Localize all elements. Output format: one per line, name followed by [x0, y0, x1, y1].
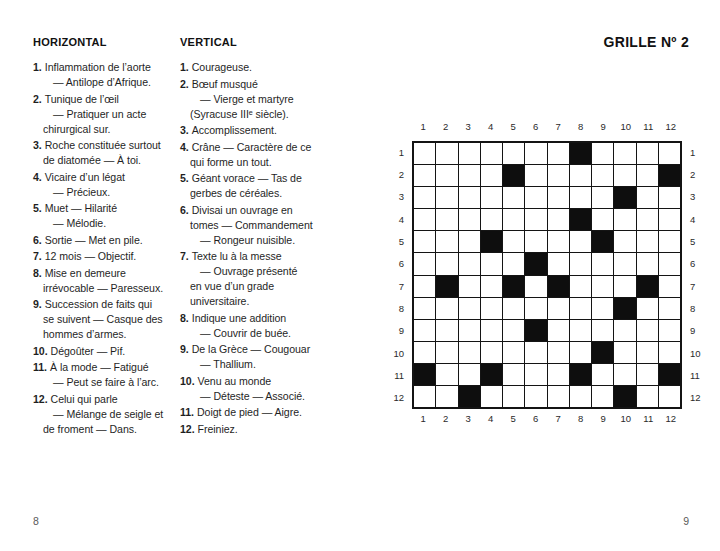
grid-coordinate-label: 3 — [457, 121, 480, 134]
grid-cell-r5-c2[interactable] — [436, 231, 457, 252]
grid-cell-r3-c1[interactable] — [414, 187, 435, 208]
grid-cell-r10-c4[interactable] — [481, 342, 502, 363]
clue-line: — Vierge et martyre — [180, 92, 332, 107]
clue-line: tomes — Commandement — [180, 218, 332, 233]
grid-cell-r9-c4[interactable] — [481, 320, 502, 341]
grid-coordinate-label: 4 — [382, 208, 404, 230]
grid-coordinate-label: 1 — [412, 413, 435, 426]
grid-cell-r3-c7[interactable] — [548, 187, 569, 208]
grid-coordinate-label: 5 — [502, 121, 525, 134]
clue-line: — Mélodie. — [33, 216, 179, 231]
clue-number: 4. — [33, 171, 45, 183]
clue-number: 5. — [33, 202, 45, 214]
horizontal-clue-8: 8.Mise en demeureirrévocable — Paresseux… — [33, 266, 179, 296]
grid-cell-r12-c11[interactable] — [637, 386, 658, 407]
grid-cell-r12-c6[interactable] — [525, 386, 546, 407]
grid-cell-r1-c7[interactable] — [548, 143, 569, 164]
grid-coordinate-label: 8 — [570, 413, 593, 426]
grid-coordinate-label: 6 — [382, 253, 404, 275]
grid-cell-r1-c2[interactable] — [436, 143, 457, 164]
grid-cell-r8-c6[interactable] — [525, 298, 546, 319]
grid-cell-r6-c11[interactable] — [637, 253, 658, 274]
grid-cell-r8-c8[interactable] — [570, 298, 591, 319]
grid-cell-r12-c8[interactable] — [570, 386, 591, 407]
clue-line: — Couvrir de buée. — [180, 326, 332, 341]
grid-cell-r1-c6[interactable] — [525, 143, 546, 164]
horizontal-header: HORIZONTAL — [33, 36, 179, 48]
clue-line: de froment — Dans. — [33, 422, 179, 437]
grid-coordinate-label: 4 — [480, 413, 503, 426]
grid-cell-r12-c2[interactable] — [436, 386, 457, 407]
clue-number: 7. — [33, 250, 45, 262]
grid-coordinate-label: 10 — [382, 342, 404, 364]
grid-coordinate-label: 9 — [688, 320, 710, 342]
grid-cell-r11-c6[interactable] — [525, 364, 546, 385]
book-spread: HORIZONTAL 1.Inflammation de l’aorte— An… — [0, 0, 720, 551]
clue-line: 8.Indique une addition — [180, 311, 332, 326]
grid-coordinate-label: 7 — [547, 121, 570, 134]
vertical-clues-section: VERTICAL 1.Courageuse.2.Bœuf musqué— Vie… — [180, 36, 332, 438]
page-number-left: 8 — [33, 515, 39, 527]
clue-number: 2. — [33, 93, 45, 105]
grid-cell-r12-c12[interactable] — [659, 386, 680, 407]
grid-coordinate-label: 7 — [547, 413, 570, 426]
clue-line: chirurgical sur. — [33, 122, 179, 137]
clue-line: se suivent — Casque des — [33, 312, 179, 327]
horizontal-clue-4: 4.Vicaire d’un légat— Précieux. — [33, 170, 179, 200]
grid-cell-r9-c11[interactable] — [637, 320, 658, 341]
clue-number: 11. — [33, 361, 50, 373]
grid-coordinate-label: 4 — [688, 208, 710, 230]
clue-line: 4.Vicaire d’un légat — [33, 170, 179, 185]
grid-cell-r4-c2[interactable] — [436, 209, 457, 230]
grid-cell-r3-c3[interactable] — [459, 187, 480, 208]
grid-cell-r6-c10[interactable] — [614, 253, 635, 274]
grid-cell-r10-c2[interactable] — [436, 342, 457, 363]
horizontal-clue-6: 6.Sortie — Met en pile. — [33, 233, 179, 248]
grid-cell-r8-c7[interactable] — [548, 298, 569, 319]
grid-cell-r5-c5[interactable] — [503, 231, 524, 252]
grid-coordinate-label: 9 — [592, 121, 615, 134]
horizontal-clue-11: 11.À la mode — Fatigué— Peut se faire à … — [33, 360, 179, 390]
clue-number: 8. — [33, 267, 45, 279]
horizontal-clue-12: 12.Celui qui parle— Mélange de seigle et… — [33, 392, 179, 437]
black-cell-r11-c1 — [414, 364, 435, 385]
grid-coordinate-label: 6 — [525, 413, 548, 426]
horizontal-clue-2: 2.Tunique de l’œil— Pratiquer un actechi… — [33, 92, 179, 137]
vertical-clue-3: 3.Accomplissement. — [180, 123, 332, 138]
black-cell-r8-c10 — [614, 298, 635, 319]
black-cell-r11-c12 — [659, 364, 680, 385]
grid-coordinate-label: 3 — [457, 413, 480, 426]
vertical-clue-9: 9.De la Grèce — Cougouar— Thallium. — [180, 342, 332, 372]
black-cell-r11-c8 — [570, 364, 591, 385]
clue-line: en vue d’un grade — [180, 279, 332, 294]
grid-cell-r5-c11[interactable] — [637, 231, 658, 252]
grid-cell-r9-c10[interactable] — [614, 320, 635, 341]
grid-coordinate-label: 10 — [615, 413, 638, 426]
grid-cell-r9-c2[interactable] — [436, 320, 457, 341]
grid-coordinate-label: 5 — [688, 230, 710, 252]
grid-cell-r8-c2[interactable] — [436, 298, 457, 319]
grid-cell-r4-c9[interactable] — [592, 209, 613, 230]
clue-line: — Mélange de seigle et — [33, 407, 179, 422]
grid-cell-r2-c8[interactable] — [570, 165, 591, 186]
black-cell-r5-c9 — [592, 231, 613, 252]
grid-cell-r4-c6[interactable] — [525, 209, 546, 230]
clue-number: 9. — [180, 343, 192, 355]
grid-cell-r10-c12[interactable] — [659, 342, 680, 363]
horizontal-clue-3: 3.Roche constituée surtoutde diatomée — … — [33, 138, 179, 168]
grid-cell-r1-c3[interactable] — [459, 143, 480, 164]
vertical-clues: 1.Courageuse.2.Bœuf musqué— Vierge et ma… — [180, 60, 332, 437]
grid-coordinate-label: 8 — [382, 297, 404, 319]
grid-cell-r5-c10[interactable] — [614, 231, 635, 252]
horizontal-clue-5: 5.Muet — Hilarité— Mélodie. — [33, 201, 179, 231]
black-cell-r4-c8 — [570, 209, 591, 230]
clue-number: 3. — [180, 124, 192, 136]
clue-line: 10.Venu au monde — [180, 374, 332, 389]
clue-line: 8.Mise en demeure — [33, 266, 179, 281]
grid-cell-r7-c6[interactable] — [525, 276, 546, 297]
grid-cell-r5-c1[interactable] — [414, 231, 435, 252]
grid-cell-r3-c12[interactable] — [659, 187, 680, 208]
grid-cell-r5-c7[interactable] — [548, 231, 569, 252]
grid-coordinate-label: 2 — [435, 121, 458, 134]
grid-cell-r9-c1[interactable] — [414, 320, 435, 341]
horizontal-clues-section: HORIZONTAL 1.Inflammation de l’aorte— An… — [33, 36, 179, 438]
grid-cell-r4-c11[interactable] — [637, 209, 658, 230]
clue-line: 9.Succession de faits qui — [33, 297, 179, 312]
grid-coordinate-label: 12 — [688, 387, 710, 409]
grid-cell-r11-c11[interactable] — [637, 364, 658, 385]
grid-cell-r2-c7[interactable] — [548, 165, 569, 186]
black-cell-r6-c6 — [525, 253, 546, 274]
grid-cell-r10-c10[interactable] — [614, 342, 635, 363]
clue-line: — Rongeur nuisible. — [180, 233, 332, 248]
clue-line: qui forme un tout. — [180, 155, 332, 170]
grid-cell-r4-c1[interactable] — [414, 209, 435, 230]
black-cell-r2-c12 — [659, 165, 680, 186]
grid-coordinate-label: 3 — [382, 186, 404, 208]
vertical-clue-6: 6.Divisai un ouvrage entomes — Commandem… — [180, 203, 332, 248]
grid-cell-r8-c9[interactable] — [592, 298, 613, 319]
black-cell-r11-c4 — [481, 364, 502, 385]
clue-line: de diatomée — À toi. — [33, 153, 179, 168]
clue-line: 5.Géant vorace — Tas de — [180, 171, 332, 186]
grid-coordinate-label: 10 — [615, 121, 638, 134]
grid-cell-r10-c3[interactable] — [459, 342, 480, 363]
black-cell-r2-c5 — [503, 165, 524, 186]
grid-cell-r10-c11[interactable] — [637, 342, 658, 363]
grid-cell-r7-c9[interactable] — [592, 276, 613, 297]
clue-line: 4.Crâne — Caractère de ce — [180, 140, 332, 155]
clue-line: 12.Freiniez. — [180, 422, 332, 437]
clue-line: 5.Muet — Hilarité — [33, 201, 179, 216]
clue-number: 1. — [180, 61, 192, 73]
grid-cell-r11-c2[interactable] — [436, 364, 457, 385]
grid-cell-r6-c1[interactable] — [414, 253, 435, 274]
clue-line: 6.Divisai un ouvrage en — [180, 203, 332, 218]
grid-coordinate-label: 11 — [688, 364, 710, 386]
grid-coordinate-label: 1 — [412, 121, 435, 134]
grid-cell-r5-c8[interactable] — [570, 231, 591, 252]
grid-cell-r7-c8[interactable] — [570, 276, 591, 297]
clue-line: 2.Bœuf musqué — [180, 77, 332, 92]
grid-cell-r10-c6[interactable] — [525, 342, 546, 363]
grid-coordinate-label: 8 — [688, 297, 710, 319]
black-cell-r12-c10 — [614, 386, 635, 407]
vertical-clue-10: 10.Venu au monde— Déteste — Associé. — [180, 374, 332, 404]
black-cell-r7-c11 — [637, 276, 658, 297]
grid-cell-r12-c4[interactable] — [481, 386, 502, 407]
clue-line: — Déteste — Associé. — [180, 389, 332, 404]
clue-line: 11.À la mode — Fatigué — [33, 360, 179, 375]
grid-cell-r2-c11[interactable] — [637, 165, 658, 186]
vertical-clue-8: 8.Indique une addition— Couvrir de buée. — [180, 311, 332, 341]
grid-cell-r3-c5[interactable] — [503, 187, 524, 208]
grid-cell-r11-c10[interactable] — [614, 364, 635, 385]
grid-cell-r1-c10[interactable] — [614, 143, 635, 164]
grid-cell-r6-c12[interactable] — [659, 253, 680, 274]
clue-number: 11. — [180, 406, 197, 418]
horizontal-clue-7: 7.12 mois — Objectif. — [33, 249, 179, 264]
grid-cell-r1-c4[interactable] — [481, 143, 502, 164]
grid-cell-r11-c3[interactable] — [459, 364, 480, 385]
row-labels-right: 123456789101112 — [688, 141, 710, 409]
grid-cell-r12-c9[interactable] — [592, 386, 613, 407]
black-cell-r1-c8 — [570, 143, 591, 164]
grid-cell-r4-c7[interactable] — [548, 209, 569, 230]
vertical-clue-11: 11.Doigt de pied — Aigre. — [180, 405, 332, 420]
clue-line: 6.Sortie — Met en pile. — [33, 233, 179, 248]
clue-line: 12.Celui qui parle — [33, 392, 179, 407]
grid-cell-r3-c4[interactable] — [481, 187, 502, 208]
clue-number: 6. — [180, 204, 192, 216]
grid-cell-r6-c2[interactable] — [436, 253, 457, 274]
grid-cell-r2-c9[interactable] — [592, 165, 613, 186]
clue-number: 4. — [180, 141, 192, 153]
grid-coordinate-label: 3 — [688, 186, 710, 208]
grid-cell-r8-c1[interactable] — [414, 298, 435, 319]
grid-coordinate-label: 2 — [688, 163, 710, 185]
black-cell-r5-c4 — [481, 231, 502, 252]
grid-cell-r3-c9[interactable] — [592, 187, 613, 208]
clue-number: 10. — [33, 345, 51, 357]
vertical-clue-1: 1.Courageuse. — [180, 60, 332, 75]
clue-line: (Syracuse IIIᵉ siècle). — [180, 107, 332, 122]
vertical-header: VERTICAL — [180, 36, 332, 48]
grid-cell-r3-c11[interactable] — [637, 187, 658, 208]
black-cell-r9-c6 — [525, 320, 546, 341]
clue-line: universitaire. — [180, 294, 332, 309]
grid-cell-r2-c6[interactable] — [525, 165, 546, 186]
grid-cell-r11-c9[interactable] — [592, 364, 613, 385]
grid-cell-r2-c2[interactable] — [436, 165, 457, 186]
grid-cell-r7-c4[interactable] — [481, 276, 502, 297]
grid-cell-r9-c5[interactable] — [503, 320, 524, 341]
clue-line: 3.Accomplissement. — [180, 123, 332, 138]
grid-cell-r9-c7[interactable] — [548, 320, 569, 341]
vertical-clue-12: 12.Freiniez. — [180, 422, 332, 437]
horizontal-clues: 1.Inflammation de l’aorte— Antilope d’Af… — [33, 60, 179, 437]
col-labels-top: 123456789101112 — [412, 121, 682, 134]
horizontal-clue-10: 10.Dégoûter — Pif. — [33, 344, 179, 359]
clue-line: — Antilope d’Afrique. — [33, 75, 179, 90]
clue-number: 1. — [33, 61, 45, 73]
grid-cell-r6-c3[interactable] — [459, 253, 480, 274]
clue-line: — Précieux. — [33, 185, 179, 200]
grid-cell-r5-c12[interactable] — [659, 231, 680, 252]
grid-cell-r3-c8[interactable] — [570, 187, 591, 208]
grid-cell-r8-c4[interactable] — [481, 298, 502, 319]
grid-coordinate-label: 11 — [382, 364, 404, 386]
grid-coordinate-label: 2 — [382, 163, 404, 185]
clue-number: 7. — [180, 250, 192, 262]
clue-number: 12. — [180, 423, 198, 435]
vertical-clue-5: 5.Géant vorace — Tas degerbes de céréale… — [180, 171, 332, 201]
clue-line: 1.Courageuse. — [180, 60, 332, 75]
grid-coordinate-label: 7 — [382, 275, 404, 297]
vertical-clue-2: 2.Bœuf musqué— Vierge et martyre(Syracus… — [180, 77, 332, 122]
grid-cell-r6-c7[interactable] — [548, 253, 569, 274]
grid-cell-r1-c11[interactable] — [637, 143, 658, 164]
clue-line: 7.Texte lu à la messe — [180, 249, 332, 264]
grid-cell-r10-c1[interactable] — [414, 342, 435, 363]
grid-cell-r2-c10[interactable] — [614, 165, 635, 186]
clue-line: — Ouvrage présenté — [180, 264, 332, 279]
grid-cell-r7-c1[interactable] — [414, 276, 435, 297]
grid-cell-r11-c7[interactable] — [548, 364, 569, 385]
grid-cell-r2-c3[interactable] — [459, 165, 480, 186]
black-cell-r10-c9 — [592, 342, 613, 363]
grid-cell-r4-c4[interactable] — [481, 209, 502, 230]
grid-cell-r7-c12[interactable] — [659, 276, 680, 297]
grid-cell-r7-c3[interactable] — [459, 276, 480, 297]
grid-coordinate-label: 6 — [688, 253, 710, 275]
black-cell-r7-c5 — [503, 276, 524, 297]
grid-cell-r4-c3[interactable] — [459, 209, 480, 230]
crossword-grid — [412, 141, 682, 409]
vertical-clue-4: 4.Crâne — Caractère de cequi forme un to… — [180, 140, 332, 170]
clue-number: 3. — [33, 139, 45, 151]
grid-cell-r8-c11[interactable] — [637, 298, 658, 319]
grid-cell-r12-c5[interactable] — [503, 386, 524, 407]
clue-line: 9.De la Grèce — Cougouar — [180, 342, 332, 357]
clue-number: 6. — [33, 234, 45, 246]
black-cell-r7-c2 — [436, 276, 457, 297]
grid-cell-r6-c9[interactable] — [592, 253, 613, 274]
grid-cell-r9-c9[interactable] — [592, 320, 613, 341]
grid-cell-r10-c8[interactable] — [570, 342, 591, 363]
grid-cell-r4-c5[interactable] — [503, 209, 524, 230]
clue-line: 11.Doigt de pied — Aigre. — [180, 405, 332, 420]
clue-line: 7.12 mois — Objectif. — [33, 249, 179, 264]
grid-cell-r4-c12[interactable] — [659, 209, 680, 230]
grid-cell-r3-c6[interactable] — [525, 187, 546, 208]
grid-cell-r5-c3[interactable] — [459, 231, 480, 252]
grid-cell-r8-c12[interactable] — [659, 298, 680, 319]
grid-cell-r4-c10[interactable] — [614, 209, 635, 230]
black-cell-r12-c3 — [459, 386, 480, 407]
grid-title: GRILLE Nº 2 — [604, 34, 689, 50]
grid-cell-r11-c5[interactable] — [503, 364, 524, 385]
clue-line: — Thallium. — [180, 357, 332, 372]
grid-coordinate-label: 12 — [382, 387, 404, 409]
grid-cell-r10-c5[interactable] — [503, 342, 524, 363]
grid-cell-r7-c10[interactable] — [614, 276, 635, 297]
grid-cell-r8-c5[interactable] — [503, 298, 524, 319]
grid-coordinate-label: 8 — [570, 121, 593, 134]
grid-cell-r12-c7[interactable] — [548, 386, 569, 407]
clue-number: 5. — [180, 172, 192, 184]
grid-cell-r1-c9[interactable] — [592, 143, 613, 164]
grid-coordinate-label: 11 — [637, 121, 660, 134]
horizontal-clue-1: 1.Inflammation de l’aorte— Antilope d’Af… — [33, 60, 179, 90]
black-cell-r7-c7 — [548, 276, 569, 297]
black-cell-r3-c10 — [614, 187, 635, 208]
clue-number: 12. — [33, 393, 51, 405]
grid-cell-r6-c4[interactable] — [481, 253, 502, 274]
grid-coordinate-label: 2 — [435, 413, 458, 426]
grid-coordinate-label: 12 — [660, 413, 683, 426]
clue-line: — Peut se faire à l’arc. — [33, 375, 179, 390]
grid-cell-r6-c8[interactable] — [570, 253, 591, 274]
grid-coordinate-label: 9 — [382, 320, 404, 342]
grid-cell-r1-c5[interactable] — [503, 143, 524, 164]
grid-cell-r5-c6[interactable] — [525, 231, 546, 252]
grid-coordinate-label: 5 — [502, 413, 525, 426]
grid-cell-r9-c3[interactable] — [459, 320, 480, 341]
grid-cell-r6-c5[interactable] — [503, 253, 524, 274]
clue-line: hommes d’armes. — [33, 327, 179, 342]
page-number-right: 9 — [683, 515, 689, 527]
grid-coordinate-label: 7 — [688, 275, 710, 297]
grid-coordinate-label: 10 — [688, 342, 710, 364]
grid-cell-r3-c2[interactable] — [436, 187, 457, 208]
row-labels-left: 123456789101112 — [382, 141, 404, 409]
grid-coordinate-label: 12 — [660, 121, 683, 134]
grid-cell-r1-c12[interactable] — [659, 143, 680, 164]
clue-number: 9. — [33, 298, 45, 310]
grid-cell-r8-c3[interactable] — [459, 298, 480, 319]
horizontal-clue-9: 9.Succession de faits quise suivent — Ca… — [33, 297, 179, 342]
grid-cell-r9-c8[interactable] — [570, 320, 591, 341]
grid-cell-r12-c1[interactable] — [414, 386, 435, 407]
clue-line: irrévocable — Paresseux. — [33, 281, 179, 296]
clue-number: 2. — [180, 78, 192, 90]
clue-line: — Pratiquer un acte — [33, 107, 179, 122]
grid-cell-r1-c1[interactable] — [414, 143, 435, 164]
clue-line: gerbes de céréales. — [180, 186, 332, 201]
grid-cell-r2-c1[interactable] — [414, 165, 435, 186]
grid-coordinate-label: 6 — [525, 121, 548, 134]
grid-cell-r10-c7[interactable] — [548, 342, 569, 363]
clue-line: 2.Tunique de l’œil — [33, 92, 179, 107]
col-labels-bottom: 123456789101112 — [412, 413, 682, 426]
clue-number: 10. — [180, 375, 198, 387]
grid-coordinate-label: 1 — [382, 141, 404, 163]
grid-coordinate-label: 1 — [688, 141, 710, 163]
clue-line: 1.Inflammation de l’aorte — [33, 60, 179, 75]
grid-coordinate-label: 11 — [637, 413, 660, 426]
grid-cell-r9-c12[interactable] — [659, 320, 680, 341]
grid-cell-r2-c4[interactable] — [481, 165, 502, 186]
grid-coordinate-label: 5 — [382, 230, 404, 252]
grid-coordinate-label: 9 — [592, 413, 615, 426]
clue-line: 10.Dégoûter — Pif. — [33, 344, 179, 359]
clue-number: 8. — [180, 312, 192, 324]
